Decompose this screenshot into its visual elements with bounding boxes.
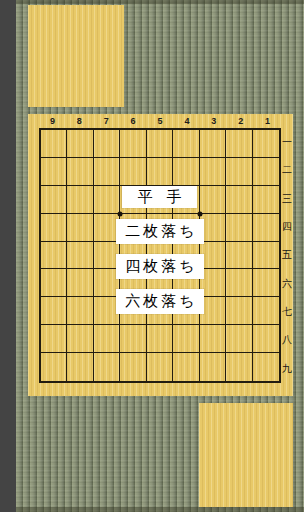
board-cell bbox=[67, 297, 93, 325]
board-cell bbox=[173, 158, 199, 186]
file-label: 9 bbox=[39, 114, 66, 128]
rank-label: 六 bbox=[281, 270, 293, 298]
board-cell bbox=[226, 158, 252, 186]
board-cell bbox=[253, 158, 279, 186]
board-cell bbox=[226, 186, 252, 214]
board-cell bbox=[253, 130, 279, 158]
board-cell bbox=[94, 158, 120, 186]
rank-label: 五 bbox=[281, 241, 293, 269]
board-cell bbox=[253, 214, 279, 242]
menu-item-nimai-ochi[interactable]: 二枚落ち bbox=[116, 219, 204, 244]
board-cell bbox=[41, 186, 67, 214]
board-cell bbox=[67, 325, 93, 353]
board-cell bbox=[41, 297, 67, 325]
file-label: 5 bbox=[147, 114, 174, 128]
menu-item-label: 平手 bbox=[138, 188, 196, 207]
file-label: 8 bbox=[66, 114, 93, 128]
file-label: 1 bbox=[254, 114, 281, 128]
board-cell bbox=[67, 186, 93, 214]
board-cell bbox=[226, 325, 252, 353]
shogi-app-screen: 9 8 7 6 5 4 3 2 1 一 二 三 四 五 六 七 八 九 平手 二… bbox=[16, 0, 304, 512]
board-cell bbox=[253, 269, 279, 297]
board-cell bbox=[67, 158, 93, 186]
board-cell bbox=[120, 353, 146, 381]
menu-item-hirate[interactable]: 平手 bbox=[122, 186, 197, 208]
board-cell bbox=[200, 325, 226, 353]
tatami-top-border bbox=[16, 0, 304, 4]
board-cell bbox=[41, 214, 67, 242]
rank-label: 七 bbox=[281, 298, 293, 326]
menu-item-label: 二枚落ち bbox=[125, 222, 197, 241]
board-cell bbox=[200, 158, 226, 186]
rank-label: 二 bbox=[281, 156, 293, 184]
board-cell bbox=[226, 297, 252, 325]
rank-label: 四 bbox=[281, 213, 293, 241]
menu-item-yonmai-ochi[interactable]: 四枚落ち bbox=[116, 254, 204, 279]
piece-stand-top bbox=[28, 5, 124, 107]
board-cell bbox=[94, 353, 120, 381]
file-label: 7 bbox=[93, 114, 120, 128]
star-point bbox=[198, 211, 203, 216]
board-cell bbox=[94, 130, 120, 158]
file-label: 2 bbox=[227, 114, 254, 128]
board-cell bbox=[173, 353, 199, 381]
board-cell bbox=[147, 158, 173, 186]
board-cell bbox=[226, 269, 252, 297]
board-cell bbox=[200, 130, 226, 158]
board-cell bbox=[226, 130, 252, 158]
board-cell bbox=[67, 353, 93, 381]
board-cell bbox=[253, 325, 279, 353]
rank-label: 九 bbox=[281, 355, 293, 383]
menu-item-rokumai-ochi[interactable]: 六枚落ち bbox=[116, 289, 204, 314]
board-cell bbox=[200, 353, 226, 381]
board-cell bbox=[253, 242, 279, 270]
rank-label: 八 bbox=[281, 326, 293, 354]
file-labels: 9 8 7 6 5 4 3 2 1 bbox=[39, 114, 281, 128]
board-cell bbox=[200, 186, 226, 214]
file-label: 3 bbox=[200, 114, 227, 128]
board-cell bbox=[253, 186, 279, 214]
board-cell bbox=[41, 269, 67, 297]
file-label: 6 bbox=[120, 114, 147, 128]
board-cell bbox=[67, 242, 93, 270]
tatami-bottom-border bbox=[16, 507, 304, 512]
board-cell bbox=[253, 297, 279, 325]
board-cell bbox=[147, 130, 173, 158]
menu-item-label: 六枚落ち bbox=[125, 292, 197, 311]
board-cell bbox=[147, 353, 173, 381]
star-point bbox=[117, 211, 122, 216]
board-cell bbox=[41, 158, 67, 186]
board-cell bbox=[94, 325, 120, 353]
board-cell bbox=[173, 130, 199, 158]
piece-stand-bottom bbox=[199, 403, 293, 507]
board-cell bbox=[41, 325, 67, 353]
menu-item-label: 四枚落ち bbox=[125, 257, 197, 276]
board-cell bbox=[41, 242, 67, 270]
board-cell bbox=[94, 186, 120, 214]
board-cell bbox=[67, 214, 93, 242]
rank-label: 三 bbox=[281, 185, 293, 213]
board-cell bbox=[41, 353, 67, 381]
file-label: 4 bbox=[173, 114, 200, 128]
board-cell bbox=[253, 353, 279, 381]
rank-label: 一 bbox=[281, 128, 293, 156]
board-cell bbox=[147, 325, 173, 353]
board-cell bbox=[120, 130, 146, 158]
board-cell bbox=[67, 269, 93, 297]
board-cell bbox=[120, 325, 146, 353]
board-cell bbox=[173, 325, 199, 353]
rank-labels: 一 二 三 四 五 六 七 八 九 bbox=[281, 128, 293, 383]
board-cell bbox=[226, 353, 252, 381]
board-cell bbox=[226, 214, 252, 242]
board-cell bbox=[41, 130, 67, 158]
board-cell bbox=[67, 130, 93, 158]
board-cell bbox=[226, 242, 252, 270]
board-cell bbox=[120, 158, 146, 186]
